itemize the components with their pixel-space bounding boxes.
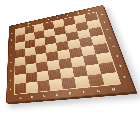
rank-label: 8 — [101, 14, 104, 16]
file-label: D — [55, 93, 58, 96]
file-label: E — [69, 92, 72, 95]
file-label: G — [97, 89, 101, 92]
file-label: F — [67, 14, 69, 16]
file-label: A — [19, 25, 21, 27]
file-label: A — [19, 96, 21, 99]
rank-label: 7 — [11, 39, 13, 41]
file-label: H — [111, 88, 115, 91]
file-label: F — [82, 90, 85, 93]
file-label: C — [43, 94, 46, 97]
file-label: G — [77, 12, 80, 14]
file-label: B — [31, 95, 34, 98]
rank-label: 1 — [123, 75, 127, 78]
rank-label: 4 — [112, 45, 115, 48]
photo-background: ABCDEFGH ABCDEFGH 87654321 87654321 — [0, 0, 140, 140]
rank-label: 8 — [11, 32, 13, 34]
rank-label: 6 — [106, 28, 109, 31]
square-h1[interactable] — [101, 72, 119, 85]
rank-label: 7 — [103, 21, 106, 23]
square-a1[interactable] — [15, 83, 26, 94]
rank-label: 4 — [10, 61, 12, 63]
rank-label: 2 — [10, 79, 12, 82]
file-label: D — [47, 19, 49, 21]
square-b1[interactable] — [26, 82, 38, 93]
chess-board: ABCDEFGH ABCDEFGH 87654321 87654321 — [6, 5, 136, 103]
rank-label: 2 — [119, 65, 123, 68]
file-label: E — [57, 16, 59, 18]
rank-label: 5 — [109, 37, 112, 40]
rank-label: 3 — [115, 55, 119, 58]
board-frame: ABCDEFGH ABCDEFGH 87654321 87654321 — [6, 5, 136, 103]
rank-label: 5 — [10, 54, 12, 56]
file-label: B — [28, 23, 30, 25]
file-label: C — [37, 21, 39, 23]
rank-label: 3 — [10, 70, 12, 73]
file-label: H — [88, 9, 91, 11]
square-c1[interactable] — [37, 80, 50, 92]
rank-label: 6 — [11, 46, 13, 48]
rank-label: 1 — [9, 88, 11, 91]
